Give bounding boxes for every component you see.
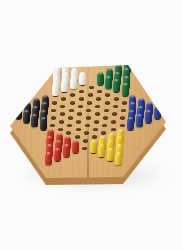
peg-red[interactable] (54, 148, 61, 161)
peg-red[interactable] (72, 140, 79, 153)
product-photo (0, 0, 183, 250)
board-hole[interactable] (68, 116, 73, 120)
board-hole[interactable] (69, 109, 74, 113)
board-hole[interactable] (58, 128, 63, 132)
board-hole[interactable] (86, 109, 91, 113)
board-hole[interactable] (76, 128, 81, 132)
board-hole[interactable] (52, 101, 57, 105)
board-hole[interactable] (97, 90, 102, 94)
board-hole[interactable] (79, 97, 84, 101)
peg-white[interactable] (70, 76, 77, 89)
board-hole[interactable] (79, 90, 84, 94)
peg-blue[interactable] (154, 106, 161, 119)
board-hole[interactable] (60, 112, 65, 116)
board-hole[interactable] (70, 101, 75, 105)
board-hole[interactable] (102, 124, 107, 128)
board-hole[interactable] (112, 112, 117, 116)
board-hole[interactable] (88, 93, 93, 97)
peg-black[interactable] (31, 114, 38, 127)
board-fold-seam (87, 65, 89, 178)
board-hole[interactable] (61, 97, 66, 101)
peg-green[interactable] (113, 79, 120, 92)
peg-black[interactable] (23, 110, 30, 123)
board-hole[interactable] (114, 97, 119, 101)
board-hole[interactable] (111, 120, 116, 124)
peg-yellow[interactable] (115, 152, 122, 165)
board-hole[interactable] (70, 93, 75, 97)
peg-white[interactable] (61, 79, 68, 92)
peg-red[interactable] (45, 152, 52, 165)
board-hole[interactable] (120, 116, 125, 120)
peg-green[interactable] (97, 72, 104, 85)
peg-black[interactable] (15, 106, 22, 119)
peg-white[interactable] (79, 72, 86, 85)
board-hole[interactable] (51, 109, 56, 113)
peg-red[interactable] (63, 144, 70, 157)
board-hole[interactable] (94, 120, 99, 124)
board-hole[interactable] (95, 105, 100, 109)
board-hole[interactable] (51, 116, 56, 120)
board-hole[interactable] (78, 105, 83, 109)
board-hole[interactable] (67, 124, 72, 128)
board-hole[interactable] (122, 101, 127, 105)
peg-blue[interactable] (145, 110, 152, 123)
board-hole[interactable] (89, 86, 94, 90)
board-hole[interactable] (75, 135, 80, 139)
board-hole[interactable] (59, 120, 64, 124)
board-hole[interactable] (113, 105, 118, 109)
board-hole[interactable] (76, 120, 81, 124)
board-hole[interactable] (93, 128, 98, 132)
board-hole[interactable] (83, 139, 88, 143)
peg-blue[interactable] (136, 114, 143, 127)
board-hole[interactable] (87, 101, 92, 105)
board-hole[interactable] (50, 124, 55, 128)
board-hole[interactable] (104, 109, 109, 113)
peg-blue[interactable] (127, 117, 134, 130)
board-hole[interactable] (92, 135, 97, 139)
peg-black[interactable] (40, 117, 47, 130)
board-hole[interactable] (101, 131, 106, 135)
board-hole[interactable] (111, 128, 116, 132)
board-hole[interactable] (121, 109, 126, 113)
board-hole[interactable] (120, 124, 125, 128)
board-hole[interactable] (60, 105, 65, 109)
peg-green[interactable] (105, 76, 112, 89)
peg-green[interactable] (122, 83, 129, 96)
board-hole[interactable] (85, 124, 90, 128)
peg-yellow[interactable] (107, 148, 114, 161)
chinese-checkers-board (0, 0, 183, 250)
board-hole[interactable] (86, 116, 91, 120)
board-hole[interactable] (103, 116, 108, 120)
board-hole[interactable] (96, 97, 101, 101)
board-hole[interactable] (77, 112, 82, 116)
board-hole[interactable] (84, 131, 89, 135)
board-hole[interactable] (105, 101, 110, 105)
peg-yellow[interactable] (98, 144, 105, 157)
peg-white[interactable] (52, 83, 59, 96)
board-hole[interactable] (105, 93, 110, 97)
board-hole[interactable] (95, 112, 100, 116)
peg-yellow[interactable] (90, 140, 97, 153)
board-hole[interactable] (66, 131, 71, 135)
